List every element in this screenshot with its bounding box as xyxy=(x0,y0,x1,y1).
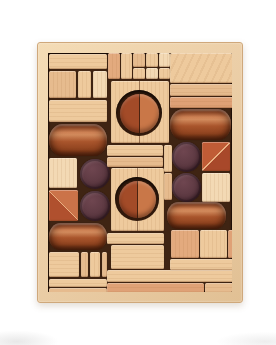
block-long-plank[interactable] xyxy=(107,283,204,292)
block-plank[interactable] xyxy=(107,233,164,244)
block-stick[interactable] xyxy=(81,252,88,277)
block-column[interactable] xyxy=(121,53,132,79)
block-plank[interactable] xyxy=(49,54,107,69)
block-square[interactable] xyxy=(49,158,77,188)
block-stick[interactable] xyxy=(90,252,100,277)
block-thick-plank[interactable] xyxy=(49,100,107,122)
block-stick[interactable] xyxy=(164,173,172,200)
block-arch-with-half-cylinders[interactable] xyxy=(111,168,164,231)
block-square[interactable] xyxy=(171,230,199,258)
block-plank[interactable] xyxy=(170,259,232,270)
block-half-column[interactable] xyxy=(93,71,107,98)
block-triangle-pair[interactable] xyxy=(202,142,230,171)
block-purple-cylinder-end[interactable] xyxy=(172,173,201,202)
block-column[interactable] xyxy=(108,53,120,79)
block-stick[interactable] xyxy=(164,145,172,172)
block-half-column[interactable] xyxy=(159,53,170,67)
block-plank[interactable] xyxy=(170,84,232,96)
block-plank[interactable] xyxy=(49,288,107,292)
half-cylinder-pair[interactable] xyxy=(119,181,156,218)
block-purple-cylinder-end[interactable] xyxy=(80,191,110,221)
block-purple-cylinder-end[interactable] xyxy=(172,142,201,172)
block-cylinder[interactable] xyxy=(49,124,107,156)
block-long-plank[interactable] xyxy=(107,270,232,282)
block-half-column[interactable] xyxy=(133,53,145,67)
block-cylinder[interactable] xyxy=(49,223,107,250)
wooden-tray-frame xyxy=(37,42,243,303)
block-arch-with-half-cylinders[interactable] xyxy=(111,81,169,143)
block-plank[interactable] xyxy=(107,157,163,167)
block-plank[interactable] xyxy=(170,97,232,108)
block-half-column[interactable] xyxy=(146,68,158,79)
block-purple-cylinder-end[interactable] xyxy=(80,159,110,189)
block-stick[interactable] xyxy=(228,230,232,258)
tray-interior-board xyxy=(48,53,232,292)
block-plank[interactable] xyxy=(205,283,232,292)
block-big-square[interactable] xyxy=(111,245,164,269)
block-half-column[interactable] xyxy=(133,68,145,79)
block-plank[interactable] xyxy=(107,145,163,156)
block-half-column[interactable] xyxy=(159,68,170,79)
block-square[interactable] xyxy=(49,252,79,277)
block-cylinder[interactable] xyxy=(167,202,226,229)
block-big-block[interactable] xyxy=(170,53,232,83)
block-square[interactable] xyxy=(49,71,76,98)
block-cylinder[interactable] xyxy=(170,109,231,140)
block-triangle-pair[interactable] xyxy=(49,190,78,221)
block-plank[interactable] xyxy=(49,279,107,287)
product-photo-background xyxy=(0,0,276,345)
block-square[interactable] xyxy=(200,230,227,258)
half-cylinder-pair[interactable] xyxy=(120,94,159,133)
block-square[interactable] xyxy=(202,173,230,202)
block-half-column[interactable] xyxy=(78,71,91,98)
block-half-column[interactable] xyxy=(146,53,158,67)
